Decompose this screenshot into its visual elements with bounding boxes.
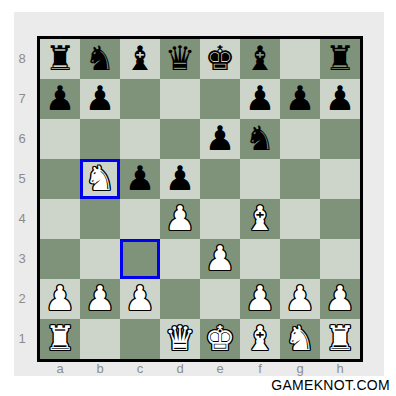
white-pawn-icon: ♟ — [165, 201, 195, 235]
square-h6[interactable] — [320, 119, 360, 159]
square-b8[interactable]: ♞ — [80, 39, 120, 79]
rank-label-5: 5 — [11, 159, 33, 199]
square-a1[interactable]: ♜ — [40, 319, 80, 359]
white-knight-icon: ♞ — [285, 321, 315, 355]
file-label-d: d — [160, 362, 200, 376]
black-rook-icon: ♜ — [45, 41, 75, 75]
square-f2[interactable]: ♟ — [240, 279, 280, 319]
square-g5[interactable] — [280, 159, 320, 199]
square-c6[interactable] — [120, 119, 160, 159]
rank-label-3: 3 — [11, 239, 33, 279]
square-h7[interactable]: ♟ — [320, 79, 360, 119]
square-a4[interactable] — [40, 199, 80, 239]
white-pawn-icon: ♟ — [45, 281, 75, 315]
square-d1[interactable]: ♛ — [160, 319, 200, 359]
square-c4[interactable] — [120, 199, 160, 239]
chess-board: ♜♞♝♛♚♝♜♟♟♟♟♟♟♞♞♟♟♟♝♟♟♟♟♟♟♟♜♛♚♝♞♜ — [37, 36, 363, 362]
black-pawn-icon: ♟ — [85, 81, 115, 115]
square-b1[interactable] — [80, 319, 120, 359]
square-h2[interactable]: ♟ — [320, 279, 360, 319]
square-g2[interactable]: ♟ — [280, 279, 320, 319]
black-rook-icon: ♜ — [325, 41, 355, 75]
site-watermark: GAMEKNOT.COM — [271, 377, 390, 393]
square-a3[interactable] — [40, 239, 80, 279]
square-c2[interactable]: ♟ — [120, 279, 160, 319]
rank-label-1: 1 — [11, 319, 33, 359]
square-f7[interactable]: ♟ — [240, 79, 280, 119]
square-c1[interactable] — [120, 319, 160, 359]
square-h1[interactable]: ♜ — [320, 319, 360, 359]
black-bishop-icon: ♝ — [125, 41, 155, 75]
white-rook-icon: ♜ — [45, 321, 75, 355]
square-g6[interactable] — [280, 119, 320, 159]
black-knight-icon: ♞ — [245, 121, 275, 155]
square-f4[interactable]: ♝ — [240, 199, 280, 239]
square-h3[interactable] — [320, 239, 360, 279]
white-king-icon: ♚ — [205, 321, 235, 355]
black-bishop-icon: ♝ — [245, 41, 275, 75]
white-bishop-icon: ♝ — [245, 321, 275, 355]
rank-label-8: 8 — [11, 39, 33, 79]
file-labels: abcdefgh — [40, 362, 360, 376]
black-queen-icon: ♛ — [165, 41, 195, 75]
square-f5[interactable] — [240, 159, 280, 199]
white-knight-icon: ♞ — [85, 161, 115, 195]
square-d5[interactable]: ♟ — [160, 159, 200, 199]
square-e5[interactable] — [200, 159, 240, 199]
square-c8[interactable]: ♝ — [120, 39, 160, 79]
square-g7[interactable]: ♟ — [280, 79, 320, 119]
square-e6[interactable]: ♟ — [200, 119, 240, 159]
square-a6[interactable] — [40, 119, 80, 159]
white-pawn-icon: ♟ — [325, 281, 355, 315]
black-pawn-icon: ♟ — [165, 161, 195, 195]
square-e8[interactable]: ♚ — [200, 39, 240, 79]
black-pawn-icon: ♟ — [205, 121, 235, 155]
black-king-icon: ♚ — [205, 41, 235, 75]
white-queen-icon: ♛ — [165, 321, 195, 355]
square-b5[interactable]: ♞ — [80, 159, 120, 199]
square-e1[interactable]: ♚ — [200, 319, 240, 359]
file-label-g: g — [280, 362, 320, 376]
square-b4[interactable] — [80, 199, 120, 239]
black-knight-icon: ♞ — [85, 41, 115, 75]
file-label-a: a — [40, 362, 80, 376]
square-f3[interactable] — [240, 239, 280, 279]
white-pawn-icon: ♟ — [285, 281, 315, 315]
square-a5[interactable] — [40, 159, 80, 199]
square-h5[interactable] — [320, 159, 360, 199]
square-b7[interactable]: ♟ — [80, 79, 120, 119]
rank-label-2: 2 — [11, 279, 33, 319]
white-pawn-icon: ♟ — [125, 281, 155, 315]
file-label-h: h — [320, 362, 360, 376]
square-g1[interactable]: ♞ — [280, 319, 320, 359]
square-h4[interactable] — [320, 199, 360, 239]
white-rook-icon: ♜ — [325, 321, 355, 355]
square-e4[interactable] — [200, 199, 240, 239]
square-b6[interactable] — [80, 119, 120, 159]
square-e3[interactable]: ♟ — [200, 239, 240, 279]
square-f6[interactable]: ♞ — [240, 119, 280, 159]
white-bishop-icon: ♝ — [245, 201, 275, 235]
rank-labels: 87654321 — [11, 39, 33, 359]
square-a8[interactable]: ♜ — [40, 39, 80, 79]
square-g3[interactable] — [280, 239, 320, 279]
black-pawn-icon: ♟ — [245, 81, 275, 115]
rank-label-6: 6 — [11, 119, 33, 159]
black-pawn-icon: ♟ — [325, 81, 355, 115]
square-d4[interactable]: ♟ — [160, 199, 200, 239]
square-e2[interactable] — [200, 279, 240, 319]
square-d3[interactable] — [160, 239, 200, 279]
square-a7[interactable]: ♟ — [40, 79, 80, 119]
square-d7[interactable] — [160, 79, 200, 119]
white-pawn-icon: ♟ — [85, 281, 115, 315]
black-pawn-icon: ♟ — [45, 81, 75, 115]
white-pawn-icon: ♟ — [205, 241, 235, 275]
square-c7[interactable] — [120, 79, 160, 119]
white-pawn-icon: ♟ — [245, 281, 275, 315]
square-d8[interactable]: ♛ — [160, 39, 200, 79]
black-pawn-icon: ♟ — [125, 161, 155, 195]
file-label-b: b — [80, 362, 120, 376]
square-c3[interactable] — [120, 239, 160, 279]
rank-label-4: 4 — [11, 199, 33, 239]
square-f8[interactable]: ♝ — [240, 39, 280, 79]
square-d2[interactable] — [160, 279, 200, 319]
square-g8[interactable] — [280, 39, 320, 79]
square-f1[interactable]: ♝ — [240, 319, 280, 359]
file-label-f: f — [240, 362, 280, 376]
file-label-e: e — [200, 362, 240, 376]
file-label-c: c — [120, 362, 160, 376]
square-g4[interactable] — [280, 199, 320, 239]
rank-label-7: 7 — [11, 79, 33, 119]
square-e7[interactable] — [200, 79, 240, 119]
black-pawn-icon: ♟ — [285, 81, 315, 115]
square-b3[interactable] — [80, 239, 120, 279]
square-b2[interactable]: ♟ — [80, 279, 120, 319]
square-d6[interactable] — [160, 119, 200, 159]
square-a2[interactable]: ♟ — [40, 279, 80, 319]
square-h8[interactable]: ♜ — [320, 39, 360, 79]
square-c5[interactable]: ♟ — [120, 159, 160, 199]
